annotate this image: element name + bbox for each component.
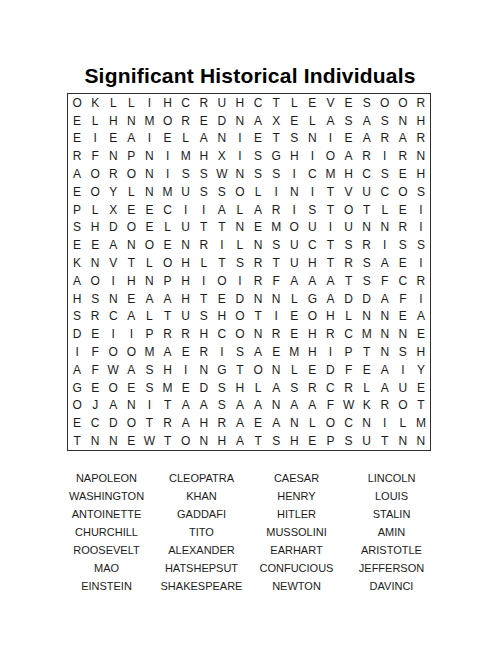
grid-cell-r6c8[interactable]: S — [195, 183, 213, 201]
grid-cell-r8c1[interactable]: S — [68, 219, 86, 237]
grid-cell-r20c12[interactable]: S — [267, 432, 285, 450]
grid-cell-r2c8[interactable]: E — [195, 112, 213, 130]
grid-cell-r8c9[interactable]: T — [213, 219, 231, 237]
grid-cell-r19c15[interactable]: O — [321, 414, 339, 432]
grid-cell-r9c8[interactable]: R — [195, 236, 213, 254]
grid-cell-r16c14[interactable]: E — [303, 361, 321, 379]
grid-cell-r14c8[interactable]: H — [195, 325, 213, 343]
grid-cell-r7c1[interactable]: P — [68, 201, 86, 219]
grid-cell-r1c6[interactable]: H — [159, 94, 177, 112]
grid-cell-r10c6[interactable]: O — [159, 254, 177, 272]
grid-cell-r4c5[interactable]: N — [140, 147, 158, 165]
grid-cell-r18c16[interactable]: W — [340, 397, 358, 415]
grid-cell-r4c19[interactable]: R — [394, 147, 412, 165]
grid-cell-r4c7[interactable]: M — [177, 147, 195, 165]
grid-cell-r6c2[interactable]: O — [86, 183, 104, 201]
grid-cell-r1c16[interactable]: E — [340, 94, 358, 112]
grid-cell-r14c12[interactable]: R — [267, 325, 285, 343]
grid-cell-r9c15[interactable]: T — [321, 236, 339, 254]
grid-cell-r6c15[interactable]: T — [321, 183, 339, 201]
grid-cell-r1c20[interactable]: R — [412, 94, 430, 112]
grid-cell-r10c19[interactable]: E — [394, 254, 412, 272]
grid-cell-r17c17[interactable]: L — [358, 379, 376, 397]
grid-cell-r7c3[interactable]: X — [104, 201, 122, 219]
grid-cell-r15c6[interactable]: A — [159, 343, 177, 361]
grid-cell-r15c2[interactable]: F — [86, 343, 104, 361]
grid-cell-r19c4[interactable]: O — [122, 414, 140, 432]
grid-cell-r16c15[interactable]: D — [321, 361, 339, 379]
grid-cell-r14c9[interactable]: C — [213, 325, 231, 343]
grid-cell-r3c16[interactable]: E — [340, 130, 358, 148]
grid-cell-r19c18[interactable]: I — [376, 414, 394, 432]
grid-cell-r1c18[interactable]: O — [376, 94, 394, 112]
grid-cell-r13c6[interactable]: T — [159, 308, 177, 326]
grid-cell-r5c2[interactable]: O — [86, 165, 104, 183]
grid-cell-r15c18[interactable]: N — [376, 343, 394, 361]
grid-cell-r12c20[interactable]: I — [412, 290, 430, 308]
grid-cell-r3c1[interactable]: E — [68, 130, 86, 148]
grid-cell-r3c7[interactable]: L — [177, 130, 195, 148]
grid-cell-r4c13[interactable]: H — [285, 147, 303, 165]
grid-cell-r17c19[interactable]: U — [394, 379, 412, 397]
grid-cell-r12c2[interactable]: S — [86, 290, 104, 308]
grid-cell-r18c5[interactable]: I — [140, 397, 158, 415]
grid-cell-r20c8[interactable]: N — [195, 432, 213, 450]
grid-cell-r9c14[interactable]: C — [303, 236, 321, 254]
grid-cell-r11c1[interactable]: A — [68, 272, 86, 290]
grid-cell-r19c17[interactable]: N — [358, 414, 376, 432]
grid-cell-r8c20[interactable]: I — [412, 219, 430, 237]
grid-cell-r15c16[interactable]: P — [340, 343, 358, 361]
grid-cell-r7c10[interactable]: L — [231, 201, 249, 219]
grid-cell-r19c14[interactable]: L — [303, 414, 321, 432]
grid-cell-r13c4[interactable]: A — [122, 308, 140, 326]
grid-cell-r7c11[interactable]: A — [249, 201, 267, 219]
grid-cell-r18c15[interactable]: F — [321, 397, 339, 415]
grid-cell-r7c16[interactable]: O — [340, 201, 358, 219]
grid-cell-r10c13[interactable]: U — [285, 254, 303, 272]
grid-cell-r6c19[interactable]: O — [394, 183, 412, 201]
grid-cell-r12c8[interactable]: T — [195, 290, 213, 308]
grid-cell-r1c4[interactable]: L — [122, 94, 140, 112]
grid-cell-r17c5[interactable]: S — [140, 379, 158, 397]
grid-cell-r4c8[interactable]: H — [195, 147, 213, 165]
grid-cell-r2c7[interactable]: R — [177, 112, 195, 130]
grid-cell-r17c10[interactable]: H — [231, 379, 249, 397]
grid-cell-r15c10[interactable]: S — [231, 343, 249, 361]
grid-cell-r10c5[interactable]: L — [140, 254, 158, 272]
grid-cell-r9c10[interactable]: L — [231, 236, 249, 254]
grid-cell-r14c1[interactable]: D — [68, 325, 86, 343]
grid-cell-r13c8[interactable]: S — [195, 308, 213, 326]
grid-cell-r1c9[interactable]: U — [213, 94, 231, 112]
grid-cell-r4c16[interactable]: A — [340, 147, 358, 165]
grid-cell-r13c18[interactable]: N — [376, 308, 394, 326]
grid-cell-r4c10[interactable]: I — [231, 147, 249, 165]
grid-cell-r2c10[interactable]: N — [231, 112, 249, 130]
grid-cell-r19c13[interactable]: N — [285, 414, 303, 432]
grid-cell-r6c11[interactable]: L — [249, 183, 267, 201]
grid-cell-r9c9[interactable]: I — [213, 236, 231, 254]
grid-cell-r3c12[interactable]: T — [267, 130, 285, 148]
grid-cell-r16c18[interactable]: A — [376, 361, 394, 379]
grid-cell-r3c20[interactable]: R — [412, 130, 430, 148]
grid-cell-r18c19[interactable]: O — [394, 397, 412, 415]
grid-cell-r8c13[interactable]: O — [285, 219, 303, 237]
grid-cell-r5c18[interactable]: S — [376, 165, 394, 183]
grid-cell-r3c17[interactable]: A — [358, 130, 376, 148]
grid-cell-r1c13[interactable]: L — [285, 94, 303, 112]
grid-cell-r16c2[interactable]: F — [86, 361, 104, 379]
grid-cell-r19c12[interactable]: A — [267, 414, 285, 432]
grid-cell-r1c10[interactable]: H — [231, 94, 249, 112]
grid-cell-r4c12[interactable]: G — [267, 147, 285, 165]
grid-cell-r19c3[interactable]: D — [104, 414, 122, 432]
grid-cell-r11c10[interactable]: I — [231, 272, 249, 290]
grid-cell-r11c17[interactable]: S — [358, 272, 376, 290]
grid-cell-r9c7[interactable]: N — [177, 236, 195, 254]
grid-cell-r8c14[interactable]: U — [303, 219, 321, 237]
grid-cell-r12c11[interactable]: N — [249, 290, 267, 308]
grid-cell-r10c1[interactable]: K — [68, 254, 86, 272]
grid-cell-r12c19[interactable]: F — [394, 290, 412, 308]
grid-cell-r20c19[interactable]: N — [394, 432, 412, 450]
grid-cell-r13c13[interactable]: E — [285, 308, 303, 326]
grid-cell-r15c20[interactable]: H — [412, 343, 430, 361]
grid-cell-r13c2[interactable]: R — [86, 308, 104, 326]
grid-cell-r7c14[interactable]: S — [303, 201, 321, 219]
grid-cell-r5c7[interactable]: S — [177, 165, 195, 183]
grid-cell-r14c5[interactable]: P — [140, 325, 158, 343]
grid-cell-r2c3[interactable]: H — [104, 112, 122, 130]
grid-cell-r4c18[interactable]: I — [376, 147, 394, 165]
grid-cell-r19c16[interactable]: C — [340, 414, 358, 432]
grid-cell-r5c13[interactable]: I — [285, 165, 303, 183]
grid-cell-r8c5[interactable]: E — [140, 219, 158, 237]
grid-cell-r4c17[interactable]: R — [358, 147, 376, 165]
grid-cell-r11c7[interactable]: H — [177, 272, 195, 290]
grid-cell-r17c14[interactable]: R — [303, 379, 321, 397]
grid-cell-r9c13[interactable]: U — [285, 236, 303, 254]
grid-cell-r9c17[interactable]: R — [358, 236, 376, 254]
grid-cell-r3c11[interactable]: E — [249, 130, 267, 148]
grid-cell-r1c3[interactable]: L — [104, 94, 122, 112]
grid-cell-r13c19[interactable]: E — [394, 308, 412, 326]
grid-cell-r15c19[interactable]: S — [394, 343, 412, 361]
grid-cell-r4c6[interactable]: I — [159, 147, 177, 165]
grid-cell-r15c5[interactable]: M — [140, 343, 158, 361]
grid-cell-r5c8[interactable]: S — [195, 165, 213, 183]
grid-cell-r15c12[interactable]: E — [267, 343, 285, 361]
grid-cell-r5c15[interactable]: M — [321, 165, 339, 183]
grid-cell-r3c9[interactable]: N — [213, 130, 231, 148]
grid-cell-r11c14[interactable]: A — [303, 272, 321, 290]
grid-cell-r9c18[interactable]: I — [376, 236, 394, 254]
grid-cell-r1c14[interactable]: E — [303, 94, 321, 112]
grid-cell-r8c4[interactable]: O — [122, 219, 140, 237]
grid-cell-r13c17[interactable]: N — [358, 308, 376, 326]
grid-cell-r2c11[interactable]: A — [249, 112, 267, 130]
grid-cell-r3c13[interactable]: S — [285, 130, 303, 148]
grid-cell-r15c11[interactable]: A — [249, 343, 267, 361]
grid-cell-r15c7[interactable]: E — [177, 343, 195, 361]
grid-cell-r1c19[interactable]: O — [394, 94, 412, 112]
grid-cell-r3c3[interactable]: E — [104, 130, 122, 148]
grid-cell-r16c20[interactable]: Y — [412, 361, 430, 379]
grid-cell-r19c9[interactable]: R — [213, 414, 231, 432]
grid-cell-r8c7[interactable]: U — [177, 219, 195, 237]
grid-cell-r20c18[interactable]: T — [376, 432, 394, 450]
grid-cell-r2c6[interactable]: O — [159, 112, 177, 130]
grid-cell-r11c4[interactable]: H — [122, 272, 140, 290]
grid-cell-r6c18[interactable]: C — [376, 183, 394, 201]
grid-cell-r10c12[interactable]: T — [267, 254, 285, 272]
grid-cell-r18c12[interactable]: N — [267, 397, 285, 415]
grid-cell-r6c4[interactable]: L — [122, 183, 140, 201]
grid-cell-r18c20[interactable]: T — [412, 397, 430, 415]
grid-cell-r14c10[interactable]: O — [231, 325, 249, 343]
grid-cell-r14c15[interactable]: R — [321, 325, 339, 343]
grid-cell-r6c1[interactable]: E — [68, 183, 86, 201]
grid-cell-r10c15[interactable]: T — [321, 254, 339, 272]
grid-cell-r19c11[interactable]: E — [249, 414, 267, 432]
grid-cell-r3c14[interactable]: N — [303, 130, 321, 148]
grid-cell-r12c6[interactable]: A — [159, 290, 177, 308]
grid-cell-r9c11[interactable]: N — [249, 236, 267, 254]
grid-cell-r14c4[interactable]: I — [122, 325, 140, 343]
grid-cell-r5c4[interactable]: O — [122, 165, 140, 183]
grid-cell-r7c18[interactable]: L — [376, 201, 394, 219]
grid-cell-r12c13[interactable]: L — [285, 290, 303, 308]
grid-cell-r3c8[interactable]: A — [195, 130, 213, 148]
grid-cell-r5c17[interactable]: C — [358, 165, 376, 183]
grid-cell-r1c15[interactable]: V — [321, 94, 339, 112]
grid-cell-r8c17[interactable]: N — [358, 219, 376, 237]
grid-cell-r6c16[interactable]: V — [340, 183, 358, 201]
grid-cell-r1c12[interactable]: T — [267, 94, 285, 112]
grid-cell-r17c7[interactable]: E — [177, 379, 195, 397]
grid-cell-r10c10[interactable]: S — [231, 254, 249, 272]
grid-cell-r20c4[interactable]: E — [122, 432, 140, 450]
grid-cell-r4c3[interactable]: N — [104, 147, 122, 165]
grid-cell-r17c4[interactable]: E — [122, 379, 140, 397]
grid-cell-r7c7[interactable]: I — [177, 201, 195, 219]
grid-cell-r2c20[interactable]: H — [412, 112, 430, 130]
grid-cell-r10c8[interactable]: L — [195, 254, 213, 272]
grid-cell-r16c17[interactable]: E — [358, 361, 376, 379]
grid-cell-r1c11[interactable]: C — [249, 94, 267, 112]
grid-cell-r15c14[interactable]: H — [303, 343, 321, 361]
grid-cell-r12c14[interactable]: G — [303, 290, 321, 308]
grid-cell-r20c15[interactable]: P — [321, 432, 339, 450]
grid-cell-r5c14[interactable]: C — [303, 165, 321, 183]
grid-cell-r7c8[interactable]: I — [195, 201, 213, 219]
grid-cell-r12c18[interactable]: A — [376, 290, 394, 308]
grid-cell-r14c11[interactable]: N — [249, 325, 267, 343]
grid-cell-r15c15[interactable]: I — [321, 343, 339, 361]
grid-cell-r13c20[interactable]: A — [412, 308, 430, 326]
grid-cell-r19c10[interactable]: A — [231, 414, 249, 432]
grid-cell-r2c5[interactable]: M — [140, 112, 158, 130]
grid-cell-r13c1[interactable]: S — [68, 308, 86, 326]
grid-cell-r13c5[interactable]: L — [140, 308, 158, 326]
grid-cell-r4c4[interactable]: P — [122, 147, 140, 165]
grid-cell-r18c4[interactable]: N — [122, 397, 140, 415]
grid-cell-r20c10[interactable]: A — [231, 432, 249, 450]
grid-cell-r16c6[interactable]: H — [159, 361, 177, 379]
grid-cell-r7c12[interactable]: R — [267, 201, 285, 219]
grid-cell-r10c2[interactable]: N — [86, 254, 104, 272]
grid-cell-r13c3[interactable]: C — [104, 308, 122, 326]
grid-cell-r18c13[interactable]: A — [285, 397, 303, 415]
grid-cell-r2c15[interactable]: A — [321, 112, 339, 130]
grid-cell-r16c8[interactable]: N — [195, 361, 213, 379]
grid-cell-r13c9[interactable]: H — [213, 308, 231, 326]
grid-cell-r11c8[interactable]: I — [195, 272, 213, 290]
grid-cell-r5c19[interactable]: E — [394, 165, 412, 183]
grid-cell-r11c6[interactable]: P — [159, 272, 177, 290]
grid-cell-r2c13[interactable]: E — [285, 112, 303, 130]
grid-cell-r15c3[interactable]: O — [104, 343, 122, 361]
grid-cell-r10c16[interactable]: R — [340, 254, 358, 272]
grid-cell-r13c16[interactable]: L — [340, 308, 358, 326]
grid-cell-r20c11[interactable]: T — [249, 432, 267, 450]
grid-cell-r8c10[interactable]: N — [231, 219, 249, 237]
grid-cell-r8c6[interactable]: L — [159, 219, 177, 237]
grid-cell-r9c20[interactable]: S — [412, 236, 430, 254]
grid-cell-r16c19[interactable]: I — [394, 361, 412, 379]
grid-cell-r18c8[interactable]: A — [195, 397, 213, 415]
grid-cell-r6c10[interactable]: O — [231, 183, 249, 201]
grid-cell-r1c7[interactable]: C — [177, 94, 195, 112]
grid-cell-r17c20[interactable]: E — [412, 379, 430, 397]
grid-cell-r18c6[interactable]: T — [159, 397, 177, 415]
grid-cell-r5c6[interactable]: I — [159, 165, 177, 183]
grid-cell-r11c2[interactable]: O — [86, 272, 104, 290]
grid-cell-r18c14[interactable]: A — [303, 397, 321, 415]
grid-cell-r5c16[interactable]: H — [340, 165, 358, 183]
grid-cell-r2c18[interactable]: S — [376, 112, 394, 130]
grid-cell-r9c12[interactable]: S — [267, 236, 285, 254]
grid-cell-r12c17[interactable]: D — [358, 290, 376, 308]
grid-cell-r20c5[interactable]: W — [140, 432, 158, 450]
grid-cell-r13c15[interactable]: H — [321, 308, 339, 326]
grid-cell-r18c9[interactable]: S — [213, 397, 231, 415]
grid-cell-r4c15[interactable]: O — [321, 147, 339, 165]
grid-cell-r7c5[interactable]: E — [140, 201, 158, 219]
grid-cell-r13c10[interactable]: O — [231, 308, 249, 326]
grid-cell-r4c20[interactable]: N — [412, 147, 430, 165]
grid-cell-r2c1[interactable]: E — [68, 112, 86, 130]
grid-cell-r3c15[interactable]: I — [321, 130, 339, 148]
grid-cell-r20c7[interactable]: O — [177, 432, 195, 450]
grid-cell-r13c7[interactable]: U — [177, 308, 195, 326]
grid-cell-r15c17[interactable]: T — [358, 343, 376, 361]
grid-cell-r2c19[interactable]: N — [394, 112, 412, 130]
grid-cell-r13c12[interactable]: I — [267, 308, 285, 326]
grid-cell-r12c15[interactable]: A — [321, 290, 339, 308]
grid-cell-r15c1[interactable]: I — [68, 343, 86, 361]
grid-cell-r18c18[interactable]: R — [376, 397, 394, 415]
grid-cell-r14c18[interactable]: N — [376, 325, 394, 343]
grid-cell-r9c3[interactable]: A — [104, 236, 122, 254]
grid-cell-r14c19[interactable]: N — [394, 325, 412, 343]
grid-cell-r2c17[interactable]: A — [358, 112, 376, 130]
grid-cell-r3c2[interactable]: I — [86, 130, 104, 148]
grid-cell-r2c14[interactable]: L — [303, 112, 321, 130]
grid-cell-r8c8[interactable]: T — [195, 219, 213, 237]
grid-cell-r19c19[interactable]: L — [394, 414, 412, 432]
grid-cell-r12c3[interactable]: N — [104, 290, 122, 308]
grid-cell-r5c11[interactable]: S — [249, 165, 267, 183]
grid-cell-r7c13[interactable]: I — [285, 201, 303, 219]
grid-cell-r4c11[interactable]: S — [249, 147, 267, 165]
grid-cell-r15c9[interactable]: I — [213, 343, 231, 361]
grid-cell-r19c8[interactable]: H — [195, 414, 213, 432]
grid-cell-r18c3[interactable]: A — [104, 397, 122, 415]
grid-cell-r17c2[interactable]: E — [86, 379, 104, 397]
grid-cell-r8c2[interactable]: H — [86, 219, 104, 237]
grid-cell-r6c20[interactable]: S — [412, 183, 430, 201]
grid-cell-r12c4[interactable]: E — [122, 290, 140, 308]
grid-cell-r9c1[interactable]: E — [68, 236, 86, 254]
grid-cell-r6c14[interactable]: I — [303, 183, 321, 201]
grid-cell-r10c9[interactable]: T — [213, 254, 231, 272]
grid-cell-r14c2[interactable]: E — [86, 325, 104, 343]
grid-cell-r17c6[interactable]: M — [159, 379, 177, 397]
grid-cell-r19c2[interactable]: C — [86, 414, 104, 432]
grid-cell-r20c3[interactable]: N — [104, 432, 122, 450]
grid-cell-r5c9[interactable]: W — [213, 165, 231, 183]
grid-cell-r7c17[interactable]: T — [358, 201, 376, 219]
grid-cell-r9c16[interactable]: S — [340, 236, 358, 254]
grid-cell-r8c12[interactable]: M — [267, 219, 285, 237]
grid-cell-r11c3[interactable]: I — [104, 272, 122, 290]
grid-cell-r1c2[interactable]: K — [86, 94, 104, 112]
grid-cell-r12c12[interactable]: N — [267, 290, 285, 308]
grid-cell-r15c8[interactable]: R — [195, 343, 213, 361]
grid-cell-r20c2[interactable]: N — [86, 432, 104, 450]
grid-cell-r12c1[interactable]: H — [68, 290, 86, 308]
grid-cell-r11c11[interactable]: R — [249, 272, 267, 290]
grid-cell-r20c16[interactable]: S — [340, 432, 358, 450]
grid-cell-r20c14[interactable]: E — [303, 432, 321, 450]
grid-cell-r6c17[interactable]: U — [358, 183, 376, 201]
grid-cell-r2c12[interactable]: X — [267, 112, 285, 130]
grid-cell-r15c13[interactable]: M — [285, 343, 303, 361]
grid-cell-r11c12[interactable]: F — [267, 272, 285, 290]
grid-cell-r10c17[interactable]: S — [358, 254, 376, 272]
grid-cell-r11c5[interactable]: N — [140, 272, 158, 290]
grid-cell-r6c12[interactable]: I — [267, 183, 285, 201]
grid-cell-r12c7[interactable]: H — [177, 290, 195, 308]
grid-cell-r14c17[interactable]: M — [358, 325, 376, 343]
grid-cell-r18c11[interactable]: A — [249, 397, 267, 415]
grid-cell-r2c2[interactable]: L — [86, 112, 104, 130]
grid-cell-r16c9[interactable]: G — [213, 361, 231, 379]
grid-cell-r14c16[interactable]: C — [340, 325, 358, 343]
grid-cell-r15c4[interactable]: O — [122, 343, 140, 361]
grid-cell-r4c9[interactable]: X — [213, 147, 231, 165]
grid-cell-r7c9[interactable]: A — [213, 201, 231, 219]
grid-cell-r1c1[interactable]: O — [68, 94, 86, 112]
grid-cell-r18c1[interactable]: O — [68, 397, 86, 415]
grid-cell-r10c20[interactable]: I — [412, 254, 430, 272]
grid-cell-r17c16[interactable]: R — [340, 379, 358, 397]
grid-cell-r18c17[interactable]: K — [358, 397, 376, 415]
grid-cell-r14c14[interactable]: H — [303, 325, 321, 343]
grid-cell-r8c11[interactable]: E — [249, 219, 267, 237]
